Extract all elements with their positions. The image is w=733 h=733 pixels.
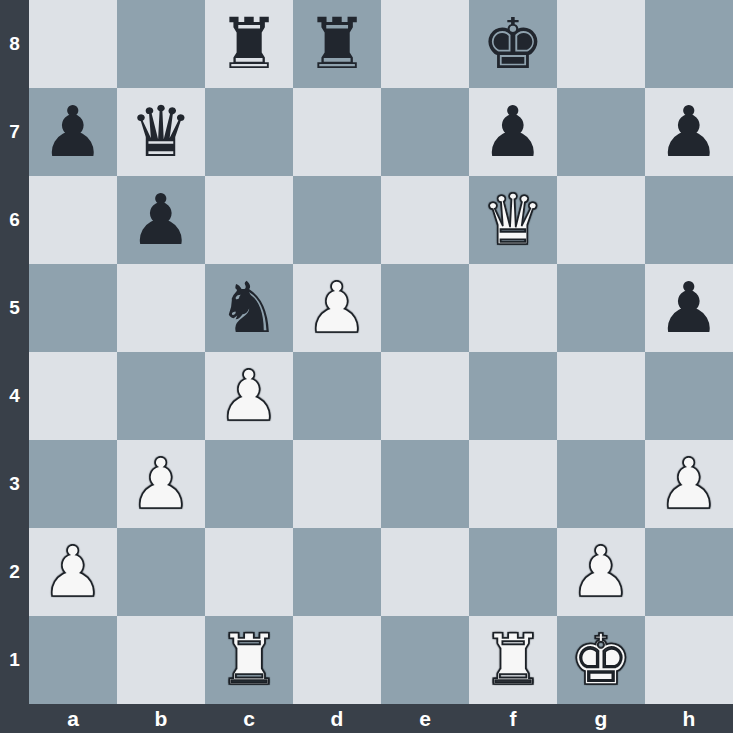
square-a4[interactable] [29, 352, 117, 440]
rank-label-5: 5 [0, 264, 29, 352]
piece-white-rook-c1[interactable]: ♜ [205, 616, 293, 704]
square-e7[interactable] [381, 88, 469, 176]
square-h3[interactable]: ♟ [645, 440, 733, 528]
square-c1[interactable]: ♜ [205, 616, 293, 704]
square-h6[interactable] [645, 176, 733, 264]
square-b3[interactable]: ♟ [117, 440, 205, 528]
square-b4[interactable] [117, 352, 205, 440]
square-f6[interactable]: ♛ [469, 176, 557, 264]
piece-black-pawn-h5[interactable]: ♟ [645, 264, 733, 352]
rank-label-6: 6 [0, 176, 29, 264]
piece-black-rook-c8[interactable]: ♜ [205, 0, 293, 88]
rank-label-3: 3 [0, 440, 29, 528]
square-e4[interactable] [381, 352, 469, 440]
file-label-a: a [29, 704, 117, 733]
square-d7[interactable] [293, 88, 381, 176]
square-b6[interactable]: ♟ [117, 176, 205, 264]
rank-label-7: 7 [0, 88, 29, 176]
square-a6[interactable] [29, 176, 117, 264]
square-c7[interactable] [205, 88, 293, 176]
square-g4[interactable] [557, 352, 645, 440]
square-b7[interactable]: ♛ [117, 88, 205, 176]
piece-black-pawn-f7[interactable]: ♟ [469, 88, 557, 176]
square-b8[interactable] [117, 0, 205, 88]
square-d8[interactable]: ♜ [293, 0, 381, 88]
piece-black-pawn-a7[interactable]: ♟ [29, 88, 117, 176]
piece-white-queen-f6[interactable]: ♛ [469, 176, 557, 264]
square-a3[interactable] [29, 440, 117, 528]
square-a5[interactable] [29, 264, 117, 352]
square-a1[interactable] [29, 616, 117, 704]
square-e8[interactable] [381, 0, 469, 88]
square-h8[interactable] [645, 0, 733, 88]
piece-white-pawn-b3[interactable]: ♟ [117, 440, 205, 528]
square-g6[interactable] [557, 176, 645, 264]
piece-white-pawn-c4[interactable]: ♟ [205, 352, 293, 440]
file-label-b: b [117, 704, 205, 733]
file-label-e: e [381, 704, 469, 733]
square-a2[interactable]: ♟ [29, 528, 117, 616]
square-f3[interactable] [469, 440, 557, 528]
square-g2[interactable]: ♟ [557, 528, 645, 616]
piece-white-pawn-d5[interactable]: ♟ [293, 264, 381, 352]
chess-board: ♜♜♚♟♛♟♟♟♛♞♟♟♟♟♟♟♟♜♜♚ [29, 0, 733, 704]
rank-label-4: 4 [0, 352, 29, 440]
square-c8[interactable]: ♜ [205, 0, 293, 88]
piece-white-king-g1[interactable]: ♚ [557, 616, 645, 704]
chess-board-frame: 87654321 ♜♜♚♟♛♟♟♟♛♞♟♟♟♟♟♟♟♜♜♚ abcdefgh [0, 0, 733, 733]
square-f4[interactable] [469, 352, 557, 440]
file-label-h: h [645, 704, 733, 733]
piece-black-king-f8[interactable]: ♚ [469, 0, 557, 88]
square-f2[interactable] [469, 528, 557, 616]
square-a8[interactable] [29, 0, 117, 88]
square-c6[interactable] [205, 176, 293, 264]
square-d5[interactable]: ♟ [293, 264, 381, 352]
piece-white-pawn-g2[interactable]: ♟ [557, 528, 645, 616]
piece-white-pawn-a2[interactable]: ♟ [29, 528, 117, 616]
square-d4[interactable] [293, 352, 381, 440]
square-c3[interactable] [205, 440, 293, 528]
square-g7[interactable] [557, 88, 645, 176]
square-b1[interactable] [117, 616, 205, 704]
square-h4[interactable] [645, 352, 733, 440]
square-b5[interactable] [117, 264, 205, 352]
square-g8[interactable] [557, 0, 645, 88]
square-f5[interactable] [469, 264, 557, 352]
rank-label-8: 8 [0, 0, 29, 88]
piece-black-knight-c5[interactable]: ♞ [205, 264, 293, 352]
piece-white-pawn-h3[interactable]: ♟ [645, 440, 733, 528]
square-e2[interactable] [381, 528, 469, 616]
piece-white-rook-f1[interactable]: ♜ [469, 616, 557, 704]
square-c4[interactable]: ♟ [205, 352, 293, 440]
square-g5[interactable] [557, 264, 645, 352]
square-d2[interactable] [293, 528, 381, 616]
square-d1[interactable] [293, 616, 381, 704]
square-e1[interactable] [381, 616, 469, 704]
square-f1[interactable]: ♜ [469, 616, 557, 704]
frame-corner [0, 704, 29, 733]
square-d6[interactable] [293, 176, 381, 264]
file-label-g: g [557, 704, 645, 733]
square-h2[interactable] [645, 528, 733, 616]
square-g3[interactable] [557, 440, 645, 528]
file-labels: abcdefgh [29, 704, 733, 733]
square-d3[interactable] [293, 440, 381, 528]
square-g1[interactable]: ♚ [557, 616, 645, 704]
piece-black-pawn-h7[interactable]: ♟ [645, 88, 733, 176]
rank-labels: 87654321 [0, 0, 29, 704]
square-h5[interactable]: ♟ [645, 264, 733, 352]
square-h1[interactable] [645, 616, 733, 704]
square-c5[interactable]: ♞ [205, 264, 293, 352]
file-label-d: d [293, 704, 381, 733]
square-a7[interactable]: ♟ [29, 88, 117, 176]
square-e5[interactable] [381, 264, 469, 352]
file-label-f: f [469, 704, 557, 733]
square-b2[interactable] [117, 528, 205, 616]
file-label-c: c [205, 704, 293, 733]
square-e3[interactable] [381, 440, 469, 528]
square-e6[interactable] [381, 176, 469, 264]
square-f8[interactable]: ♚ [469, 0, 557, 88]
square-c2[interactable] [205, 528, 293, 616]
square-f7[interactable]: ♟ [469, 88, 557, 176]
piece-black-queen-b7[interactable]: ♛ [117, 88, 205, 176]
rank-label-2: 2 [0, 528, 29, 616]
rank-label-1: 1 [0, 616, 29, 704]
square-h7[interactable]: ♟ [645, 88, 733, 176]
piece-black-pawn-b6[interactable]: ♟ [117, 176, 205, 264]
piece-black-rook-d8[interactable]: ♜ [293, 0, 381, 88]
